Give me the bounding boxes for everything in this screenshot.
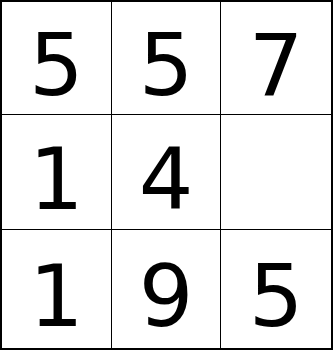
cell-r1c1[interactable]: 5 xyxy=(2,2,112,115)
cell-r2c3[interactable] xyxy=(221,115,331,230)
cell-r2c2[interactable]: 4 xyxy=(112,115,222,230)
cell-r1c2[interactable]: 5 xyxy=(112,2,222,115)
cell-r2c1[interactable]: 1 xyxy=(2,115,112,230)
cell-r3c1[interactable]: 1 xyxy=(2,230,112,348)
cell-r3c2[interactable]: 9 xyxy=(112,230,222,348)
number-grid-board: 5 5 7 1 4 1 9 5 xyxy=(0,0,333,350)
cell-r1c3[interactable]: 7 xyxy=(221,2,331,115)
cell-r3c3[interactable]: 5 xyxy=(221,230,331,348)
